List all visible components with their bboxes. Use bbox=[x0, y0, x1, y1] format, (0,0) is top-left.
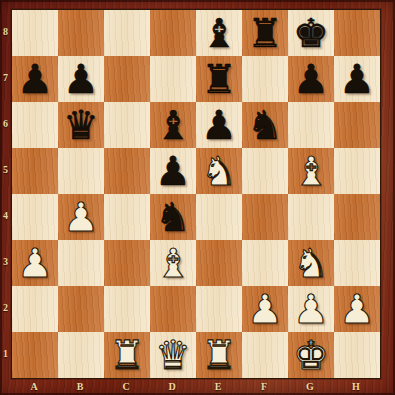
file-label-a: A bbox=[11, 380, 57, 395]
file-label-b: B bbox=[57, 380, 103, 395]
square-d5[interactable]: ♟ bbox=[150, 148, 196, 194]
square-b7[interactable]: ♟ bbox=[58, 56, 104, 102]
square-f3[interactable] bbox=[242, 240, 288, 286]
piece-black-pawn[interactable]: ♟ bbox=[196, 102, 242, 148]
piece-black-pawn[interactable]: ♟ bbox=[12, 56, 58, 102]
square-g6[interactable] bbox=[288, 102, 334, 148]
file-label-e: E bbox=[195, 380, 241, 395]
square-b1[interactable] bbox=[58, 332, 104, 378]
square-g2[interactable]: ♟ bbox=[288, 286, 334, 332]
piece-black-knight[interactable]: ♞ bbox=[242, 102, 288, 148]
square-f5[interactable] bbox=[242, 148, 288, 194]
piece-white-knight[interactable]: ♞ bbox=[288, 240, 334, 286]
square-h1[interactable] bbox=[334, 332, 380, 378]
square-h7[interactable]: ♟ bbox=[334, 56, 380, 102]
chess-board: ♝♜♚♟♟♜♟♟♛♝♟♞♟♞♝♟♞♟♝♞♟♟♟♜♛♜♚ bbox=[11, 9, 381, 379]
square-c7[interactable] bbox=[104, 56, 150, 102]
square-h5[interactable] bbox=[334, 148, 380, 194]
piece-black-knight[interactable]: ♞ bbox=[150, 194, 196, 240]
square-a6[interactable] bbox=[12, 102, 58, 148]
piece-white-bishop[interactable]: ♝ bbox=[150, 240, 196, 286]
rank-label-7: 7 bbox=[0, 55, 11, 101]
piece-white-pawn[interactable]: ♟ bbox=[288, 286, 334, 332]
piece-white-queen[interactable]: ♛ bbox=[150, 332, 196, 378]
file-label-f: F bbox=[241, 380, 287, 395]
chess-diagram: ♝♜♚♟♟♜♟♟♛♝♟♞♟♞♝♟♞♟♝♞♟♟♟♜♛♜♚ 12345678ABCD… bbox=[0, 0, 395, 395]
rank-label-3: 3 bbox=[0, 239, 11, 285]
square-g1[interactable]: ♚ bbox=[288, 332, 334, 378]
square-f8[interactable]: ♜ bbox=[242, 10, 288, 56]
file-label-d: D bbox=[149, 380, 195, 395]
piece-white-pawn[interactable]: ♟ bbox=[12, 240, 58, 286]
piece-white-pawn[interactable]: ♟ bbox=[58, 194, 104, 240]
square-e7[interactable]: ♜ bbox=[196, 56, 242, 102]
square-a5[interactable] bbox=[12, 148, 58, 194]
piece-black-rook[interactable]: ♜ bbox=[242, 10, 288, 56]
rank-label-4: 4 bbox=[0, 193, 11, 239]
square-f7[interactable] bbox=[242, 56, 288, 102]
square-b6[interactable]: ♛ bbox=[58, 102, 104, 148]
square-c8[interactable] bbox=[104, 10, 150, 56]
square-h3[interactable] bbox=[334, 240, 380, 286]
piece-black-queen[interactable]: ♛ bbox=[58, 102, 104, 148]
square-g4[interactable] bbox=[288, 194, 334, 240]
piece-white-pawn[interactable]: ♟ bbox=[242, 286, 288, 332]
square-g5[interactable]: ♝ bbox=[288, 148, 334, 194]
square-b4[interactable]: ♟ bbox=[58, 194, 104, 240]
square-b2[interactable] bbox=[58, 286, 104, 332]
file-label-h: H bbox=[333, 380, 379, 395]
square-e6[interactable]: ♟ bbox=[196, 102, 242, 148]
square-g7[interactable]: ♟ bbox=[288, 56, 334, 102]
square-f2[interactable]: ♟ bbox=[242, 286, 288, 332]
rank-label-1: 1 bbox=[0, 331, 11, 377]
square-c4[interactable] bbox=[104, 194, 150, 240]
square-h8[interactable] bbox=[334, 10, 380, 56]
square-a7[interactable]: ♟ bbox=[12, 56, 58, 102]
square-d7[interactable] bbox=[150, 56, 196, 102]
square-a8[interactable] bbox=[12, 10, 58, 56]
square-h2[interactable]: ♟ bbox=[334, 286, 380, 332]
square-e1[interactable]: ♜ bbox=[196, 332, 242, 378]
piece-white-bishop[interactable]: ♝ bbox=[288, 148, 334, 194]
square-c1[interactable]: ♜ bbox=[104, 332, 150, 378]
square-e8[interactable]: ♝ bbox=[196, 10, 242, 56]
piece-black-rook[interactable]: ♜ bbox=[196, 56, 242, 102]
piece-white-rook[interactable]: ♜ bbox=[196, 332, 242, 378]
square-d1[interactable]: ♛ bbox=[150, 332, 196, 378]
square-f6[interactable]: ♞ bbox=[242, 102, 288, 148]
square-e2[interactable] bbox=[196, 286, 242, 332]
square-f4[interactable] bbox=[242, 194, 288, 240]
square-c3[interactable] bbox=[104, 240, 150, 286]
rank-label-5: 5 bbox=[0, 147, 11, 193]
square-e5[interactable]: ♞ bbox=[196, 148, 242, 194]
square-a4[interactable] bbox=[12, 194, 58, 240]
square-c5[interactable] bbox=[104, 148, 150, 194]
square-b3[interactable] bbox=[58, 240, 104, 286]
square-a2[interactable] bbox=[12, 286, 58, 332]
piece-black-pawn[interactable]: ♟ bbox=[150, 148, 196, 194]
file-label-g: G bbox=[287, 380, 333, 395]
piece-white-king[interactable]: ♚ bbox=[288, 332, 334, 378]
square-d4[interactable]: ♞ bbox=[150, 194, 196, 240]
file-label-c: C bbox=[103, 380, 149, 395]
square-b5[interactable] bbox=[58, 148, 104, 194]
piece-black-pawn[interactable]: ♟ bbox=[334, 56, 380, 102]
square-e3[interactable] bbox=[196, 240, 242, 286]
square-b8[interactable] bbox=[58, 10, 104, 56]
piece-black-bishop[interactable]: ♝ bbox=[150, 102, 196, 148]
piece-white-knight[interactable]: ♞ bbox=[196, 148, 242, 194]
square-d8[interactable] bbox=[150, 10, 196, 56]
square-c6[interactable] bbox=[104, 102, 150, 148]
square-g8[interactable]: ♚ bbox=[288, 10, 334, 56]
square-d3[interactable]: ♝ bbox=[150, 240, 196, 286]
square-g3[interactable]: ♞ bbox=[288, 240, 334, 286]
piece-black-bishop[interactable]: ♝ bbox=[196, 10, 242, 56]
square-a3[interactable]: ♟ bbox=[12, 240, 58, 286]
square-d2[interactable] bbox=[150, 286, 196, 332]
piece-black-pawn[interactable]: ♟ bbox=[288, 56, 334, 102]
square-h4[interactable] bbox=[334, 194, 380, 240]
square-e4[interactable] bbox=[196, 194, 242, 240]
piece-white-rook[interactable]: ♜ bbox=[104, 332, 150, 378]
square-c2[interactable] bbox=[104, 286, 150, 332]
piece-black-pawn[interactable]: ♟ bbox=[58, 56, 104, 102]
rank-label-8: 8 bbox=[0, 9, 11, 55]
square-d6[interactable]: ♝ bbox=[150, 102, 196, 148]
piece-white-pawn[interactable]: ♟ bbox=[334, 286, 380, 332]
rank-label-2: 2 bbox=[0, 285, 11, 331]
square-h6[interactable] bbox=[334, 102, 380, 148]
square-a1[interactable] bbox=[12, 332, 58, 378]
square-f1[interactable] bbox=[242, 332, 288, 378]
piece-black-king[interactable]: ♚ bbox=[288, 10, 334, 56]
rank-label-6: 6 bbox=[0, 101, 11, 147]
